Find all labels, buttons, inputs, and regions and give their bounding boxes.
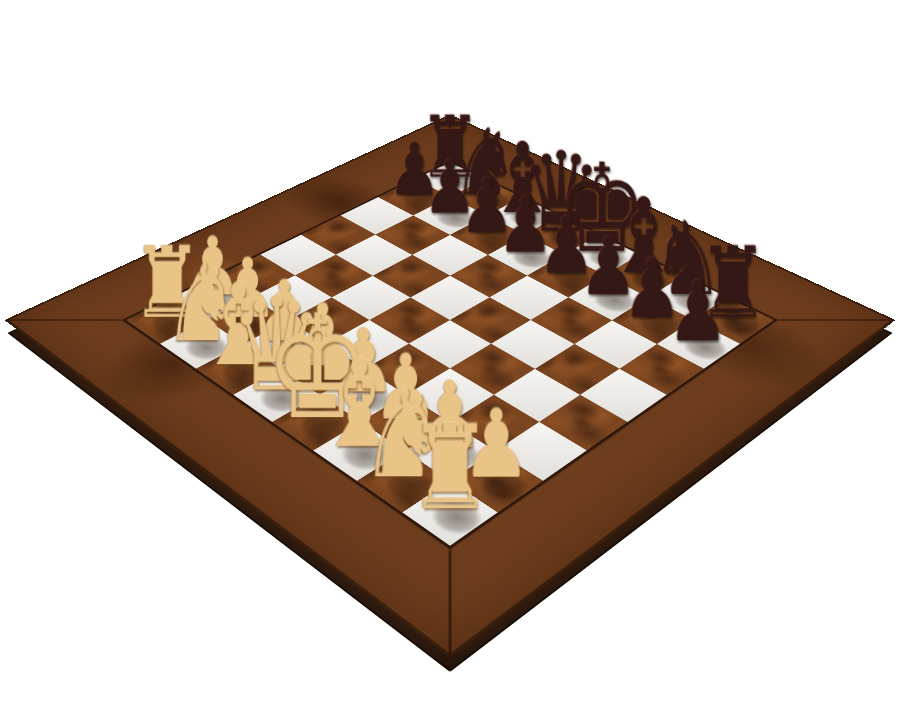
rook-icon: ♜ (407, 410, 492, 526)
pawn-icon: ♟ (668, 270, 730, 354)
square-h1[interactable]: ♜ (402, 481, 498, 546)
chess-board: ♜♞♝♛♚♝♞♜♟♟♟♟♟♟♟♟♟♟♟♟♟♟♟♟♜♞♝♛♚♝♞♜ (5, 114, 896, 657)
black-pawn-h7[interactable]: ♟ (661, 270, 736, 354)
product-photo-stage: ♜♞♝♛♚♝♞♜♟♟♟♟♟♟♟♟♟♟♟♟♟♟♟♟♜♞♝♛♚♝♞♜ (0, 0, 900, 720)
square-h5[interactable] (580, 369, 667, 422)
white-rook-h1[interactable]: ♜ (398, 410, 502, 526)
board-frame: ♜♞♝♛♚♝♞♜♟♟♟♟♟♟♟♟♟♟♟♟♟♟♟♟♜♞♝♛♚♝♞♜ (5, 114, 896, 657)
square-h4[interactable] (539, 395, 628, 451)
